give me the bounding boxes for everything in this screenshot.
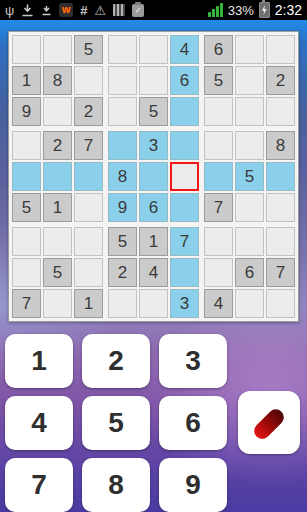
cell-r1c7[interactable]: 6: [204, 35, 233, 64]
usb-icon: ψ: [5, 3, 14, 18]
cell-r9c7[interactable]: 4: [204, 289, 233, 318]
sudoku-panel: 5461865292527388551967517524677134: [8, 31, 299, 322]
striped-icon: [113, 4, 125, 16]
cell-r5c5[interactable]: [139, 162, 168, 191]
cell-r3c7[interactable]: [204, 97, 233, 126]
cell-r6c2[interactable]: 1: [43, 193, 72, 222]
clock: 2:32: [275, 2, 302, 18]
cell-r5c2[interactable]: [43, 162, 72, 191]
cell-r6c6[interactable]: [170, 193, 199, 222]
cell-r5c7[interactable]: [204, 162, 233, 191]
cell-r4c8[interactable]: [235, 131, 264, 160]
cell-r8c9[interactable]: 7: [266, 258, 295, 287]
cell-r4c4[interactable]: [108, 131, 137, 160]
cell-r6c5[interactable]: 6: [139, 193, 168, 222]
cell-r8c1[interactable]: [12, 258, 41, 287]
cell-r3c6[interactable]: [170, 97, 199, 126]
cell-r3c1[interactable]: 9: [12, 97, 41, 126]
cell-r9c2[interactable]: [43, 289, 72, 318]
cell-r9c5[interactable]: [139, 289, 168, 318]
cell-r3c2[interactable]: [43, 97, 72, 126]
download-done-icon: [41, 5, 52, 16]
cell-r3c8[interactable]: [235, 97, 264, 126]
cell-r8c8[interactable]: 6: [235, 258, 264, 287]
hash-icon: #: [80, 3, 87, 18]
cell-r7c6[interactable]: 7: [170, 227, 199, 256]
eraser-button[interactable]: [238, 391, 300, 454]
cell-r2c4[interactable]: [108, 66, 137, 95]
cell-r4c5[interactable]: 3: [139, 131, 168, 160]
cell-r7c1[interactable]: [12, 227, 41, 256]
cell-r9c3[interactable]: 1: [74, 289, 103, 318]
cell-r1c4[interactable]: [108, 35, 137, 64]
cell-r2c5[interactable]: [139, 66, 168, 95]
cell-r4c7[interactable]: [204, 131, 233, 160]
numpad-button-1[interactable]: 1: [5, 334, 73, 388]
cell-r1c1[interactable]: [12, 35, 41, 64]
cell-r9c1[interactable]: 7: [12, 289, 41, 318]
cell-r2c7[interactable]: 5: [204, 66, 233, 95]
cell-r5c3[interactable]: [74, 162, 103, 191]
cell-r6c1[interactable]: 5: [12, 193, 41, 222]
cell-r2c1[interactable]: 1: [12, 66, 41, 95]
cell-r2c3[interactable]: [74, 66, 103, 95]
cell-r6c9[interactable]: [266, 193, 295, 222]
cell-r1c5[interactable]: [139, 35, 168, 64]
cell-r5c6[interactable]: [170, 162, 199, 191]
cell-r8c4[interactable]: 2: [108, 258, 137, 287]
cell-r1c6[interactable]: 4: [170, 35, 199, 64]
cell-r3c4[interactable]: [108, 97, 137, 126]
cell-r8c2[interactable]: 5: [43, 258, 72, 287]
cell-r4c2[interactable]: 2: [43, 131, 72, 160]
eraser-icon: [246, 400, 292, 446]
cell-r2c9[interactable]: 2: [266, 66, 295, 95]
cell-r7c8[interactable]: [235, 227, 264, 256]
cell-r5c8[interactable]: 5: [235, 162, 264, 191]
cell-r7c5[interactable]: 1: [139, 227, 168, 256]
sudoku-board: 5461865292527388551967517524677134: [12, 35, 295, 318]
numpad-button-9[interactable]: 9: [159, 458, 227, 512]
numpad-button-7[interactable]: 7: [5, 458, 73, 512]
cell-r3c9[interactable]: [266, 97, 295, 126]
cell-r1c8[interactable]: [235, 35, 264, 64]
cell-r2c2[interactable]: 8: [43, 66, 72, 95]
cell-r8c3[interactable]: [74, 258, 103, 287]
cell-r3c3[interactable]: 2: [74, 97, 103, 126]
numpad-button-5[interactable]: 5: [82, 396, 150, 450]
cell-r9c4[interactable]: [108, 289, 137, 318]
numpad-button-2[interactable]: 2: [82, 334, 150, 388]
cell-r4c9[interactable]: 8: [266, 131, 295, 160]
cell-r7c3[interactable]: [74, 227, 103, 256]
clipboard-icon: ✓: [132, 4, 144, 17]
battery-charging-icon: [259, 2, 270, 18]
cell-r9c8[interactable]: [235, 289, 264, 318]
cell-r4c6[interactable]: [170, 131, 199, 160]
numpad-button-4[interactable]: 4: [5, 396, 73, 450]
cell-r8c5[interactable]: 4: [139, 258, 168, 287]
cell-r6c4[interactable]: 9: [108, 193, 137, 222]
cell-r7c2[interactable]: [43, 227, 72, 256]
cell-r6c7[interactable]: 7: [204, 193, 233, 222]
cell-r1c9[interactable]: [266, 35, 295, 64]
cell-r4c1[interactable]: [12, 131, 41, 160]
cell-r7c4[interactable]: 5: [108, 227, 137, 256]
download-icon: [21, 4, 34, 17]
cell-r9c6[interactable]: 3: [170, 289, 199, 318]
cell-r6c3[interactable]: [74, 193, 103, 222]
cell-r4c3[interactable]: 7: [74, 131, 103, 160]
status-bar: ψ W # ⚠ ✓ 33% 2:32: [0, 0, 307, 20]
signal-icon: [208, 3, 223, 17]
cell-r1c2[interactable]: [43, 35, 72, 64]
cell-r3c5[interactable]: 5: [139, 97, 168, 126]
cell-r2c6[interactable]: 6: [170, 66, 199, 95]
warning-icon: ⚠: [95, 3, 107, 18]
cell-r7c7[interactable]: [204, 227, 233, 256]
numpad-button-6[interactable]: 6: [159, 396, 227, 450]
cell-r8c7[interactable]: [204, 258, 233, 287]
cell-r2c8[interactable]: [235, 66, 264, 95]
numpad-button-3[interactable]: 3: [159, 334, 227, 388]
cell-r1c3[interactable]: 5: [74, 35, 103, 64]
cell-r5c4[interactable]: 8: [108, 162, 137, 191]
numpad-button-8[interactable]: 8: [82, 458, 150, 512]
cell-r5c1[interactable]: [12, 162, 41, 191]
app-notification-icon: W: [59, 3, 73, 17]
cell-r9c9[interactable]: [266, 289, 295, 318]
cell-r8c6[interactable]: [170, 258, 199, 287]
cell-r7c9[interactable]: [266, 227, 295, 256]
cell-r6c8[interactable]: [235, 193, 264, 222]
battery-percent: 33%: [228, 3, 254, 18]
cell-r5c9[interactable]: [266, 162, 295, 191]
